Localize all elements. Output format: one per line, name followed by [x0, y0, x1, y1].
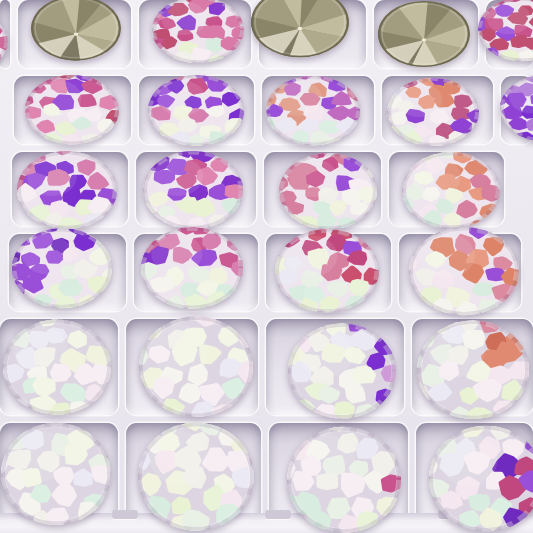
compartment-r2c4: [378, 72, 497, 148]
compartment-r2c5: [497, 72, 533, 148]
rhinestone-crackle-face-up: [496, 72, 533, 145]
compartment-r6c2: [122, 419, 265, 533]
compartment-r1c1: [14, 0, 135, 72]
rhinestone-crackle-face-up: [284, 320, 400, 422]
compartment-r3c2: [132, 148, 260, 230]
rhinestone-crackle-face-up: [398, 149, 504, 232]
rhinestone-crackle-face-up: [405, 224, 523, 318]
rhinestone-foiled-back-face-down: [247, 0, 353, 60]
rhinestone-crackle-face-up: [275, 150, 381, 233]
compartment-r2c3: [258, 72, 378, 148]
rhinestone-crackle-face-up: [0, 7, 12, 76]
compartment-r1c0: [0, 0, 14, 72]
rhinestone-crackle-face-up: [134, 419, 258, 533]
rhinestone-crackle-face-up: [271, 226, 383, 316]
compartment-r1c5: [482, 0, 533, 72]
compartment-r1c2: [135, 0, 255, 72]
compartment-r4c2: [130, 230, 262, 315]
rhinestone-crackle-face-up: [137, 224, 247, 312]
compartment-r1c4: [370, 0, 482, 72]
compartment-r3c1: [8, 148, 132, 230]
rhinestone-crackle-face-up: [413, 317, 533, 423]
compartment-r6c4: [412, 419, 533, 533]
rhinestone-crackle-face-up: [0, 419, 115, 529]
compartment-r5c1: [0, 315, 122, 419]
compartment-r3c3: [260, 148, 385, 230]
rhinestone-foiled-back-face-down: [374, 0, 474, 70]
rhinestone-crackle-face-up: [383, 75, 483, 149]
compartment-r1c3: [255, 0, 370, 72]
rhinestone-crackle-face-up: [8, 225, 116, 311]
compartment-r2c1: [10, 72, 135, 148]
rhinestone-crackle-face-up: [139, 148, 247, 232]
compartment-r6c1: [0, 419, 122, 533]
rhinestone-crackle-face-up: [13, 148, 121, 232]
compartment-r4c4: [395, 230, 525, 315]
compartment-r4c3: [262, 230, 395, 315]
storage-tray: [0, 0, 533, 533]
compartment-r3c4: [385, 148, 508, 230]
rhinestone-crackle-face-up: [135, 313, 257, 420]
rhinestone-foiled-back-face-down: [27, 0, 125, 63]
compartment-r5c4: [408, 315, 533, 419]
compartment-r4c1: [5, 230, 130, 315]
rhinestone-crackle-face-up: [283, 423, 405, 533]
compartment-r2c2: [135, 72, 258, 148]
rhinestone-crackle-face-up: [21, 72, 123, 147]
rhinestone-crackle-face-up: [0, 316, 115, 418]
compartment-r6c3: [265, 419, 412, 533]
rhinestone-crackle-face-up: [144, 72, 248, 149]
compartment-r5c2: [122, 315, 262, 419]
rhinestone-crackle-face-up: [425, 422, 533, 533]
rhinestone-crackle-face-up: [474, 0, 533, 65]
rhinestone-crackle-face-up: [262, 73, 364, 148]
compartment-r5c3: [262, 315, 408, 419]
photo-scene: [0, 0, 533, 533]
rhinestone-crackle-face-up: [148, 0, 248, 66]
